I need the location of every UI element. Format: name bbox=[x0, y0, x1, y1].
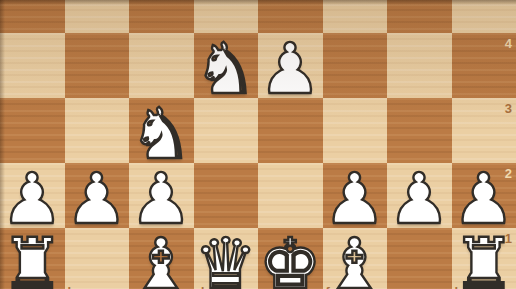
square-e3[interactable] bbox=[258, 98, 323, 163]
file-label-g: g bbox=[390, 285, 398, 289]
square-d4[interactable]: ♞ bbox=[194, 33, 259, 98]
piece-white-pawn[interactable]: ♟ bbox=[452, 166, 516, 231]
piece-white-knight[interactable]: ♞ bbox=[194, 36, 259, 101]
square-a2[interactable]: ♟ bbox=[0, 163, 65, 228]
chess-board: 8765♞♟4♞3♟♟♟♟♟2♟a♜bc♝d♛e♚f♝g1h♜ bbox=[0, 0, 516, 289]
square-g1[interactable]: g bbox=[387, 228, 452, 289]
piece-white-pawn[interactable]: ♟ bbox=[65, 166, 130, 231]
square-e2[interactable] bbox=[258, 163, 323, 228]
square-c2[interactable]: ♟ bbox=[129, 163, 194, 228]
square-d2[interactable] bbox=[194, 163, 259, 228]
piece-white-pawn[interactable]: ♟ bbox=[258, 36, 323, 101]
square-g5[interactable] bbox=[387, 0, 452, 33]
square-e4[interactable]: ♟ bbox=[258, 33, 323, 98]
square-b3[interactable] bbox=[65, 98, 130, 163]
square-f5[interactable] bbox=[323, 0, 388, 33]
square-h5[interactable]: 5 bbox=[452, 0, 516, 33]
square-h1[interactable]: 1h♜ bbox=[452, 228, 516, 289]
square-g3[interactable] bbox=[387, 98, 452, 163]
file-label-b: b bbox=[68, 285, 76, 289]
square-g4[interactable] bbox=[387, 33, 452, 98]
square-c5[interactable] bbox=[129, 0, 194, 33]
square-a1[interactable]: a♜ bbox=[0, 228, 65, 289]
board-frame: 8765♞♟4♞3♟♟♟♟♟2♟a♜bc♝d♛e♚f♝g1h♜ bbox=[0, 0, 516, 289]
square-f3[interactable] bbox=[323, 98, 388, 163]
piece-white-knight[interactable]: ♞ bbox=[129, 101, 194, 166]
square-c1[interactable]: c♝ bbox=[129, 228, 194, 289]
piece-white-queen[interactable]: ♛ bbox=[194, 231, 259, 289]
square-a5[interactable] bbox=[0, 0, 65, 33]
piece-white-king[interactable]: ♚ bbox=[258, 231, 323, 289]
square-b4[interactable] bbox=[65, 33, 130, 98]
piece-white-rook[interactable]: ♜ bbox=[0, 231, 65, 289]
square-e1[interactable]: e♚ bbox=[258, 228, 323, 289]
square-h4[interactable]: 4 bbox=[452, 33, 516, 98]
square-b5[interactable] bbox=[65, 0, 130, 33]
piece-white-pawn[interactable]: ♟ bbox=[387, 166, 452, 231]
piece-white-bishop[interactable]: ♝ bbox=[323, 231, 388, 289]
piece-white-rook[interactable]: ♜ bbox=[452, 231, 516, 289]
square-a3[interactable] bbox=[0, 98, 65, 163]
square-h3[interactable]: 3 bbox=[452, 98, 516, 163]
rank-label-4: 4 bbox=[505, 37, 512, 50]
square-b1[interactable]: b bbox=[65, 228, 130, 289]
piece-white-pawn[interactable]: ♟ bbox=[129, 166, 194, 231]
square-c3[interactable]: ♞ bbox=[129, 98, 194, 163]
rank-label-3: 3 bbox=[505, 102, 512, 115]
square-d3[interactable] bbox=[194, 98, 259, 163]
square-h2[interactable]: 2♟ bbox=[452, 163, 516, 228]
square-f4[interactable] bbox=[323, 33, 388, 98]
square-f1[interactable]: f♝ bbox=[323, 228, 388, 289]
square-d1[interactable]: d♛ bbox=[194, 228, 259, 289]
piece-white-bishop[interactable]: ♝ bbox=[129, 231, 194, 289]
square-b2[interactable]: ♟ bbox=[65, 163, 130, 228]
square-c4[interactable] bbox=[129, 33, 194, 98]
piece-white-pawn[interactable]: ♟ bbox=[0, 166, 65, 231]
square-a4[interactable] bbox=[0, 33, 65, 98]
square-g2[interactable]: ♟ bbox=[387, 163, 452, 228]
piece-white-pawn[interactable]: ♟ bbox=[323, 166, 388, 231]
square-f2[interactable]: ♟ bbox=[323, 163, 388, 228]
